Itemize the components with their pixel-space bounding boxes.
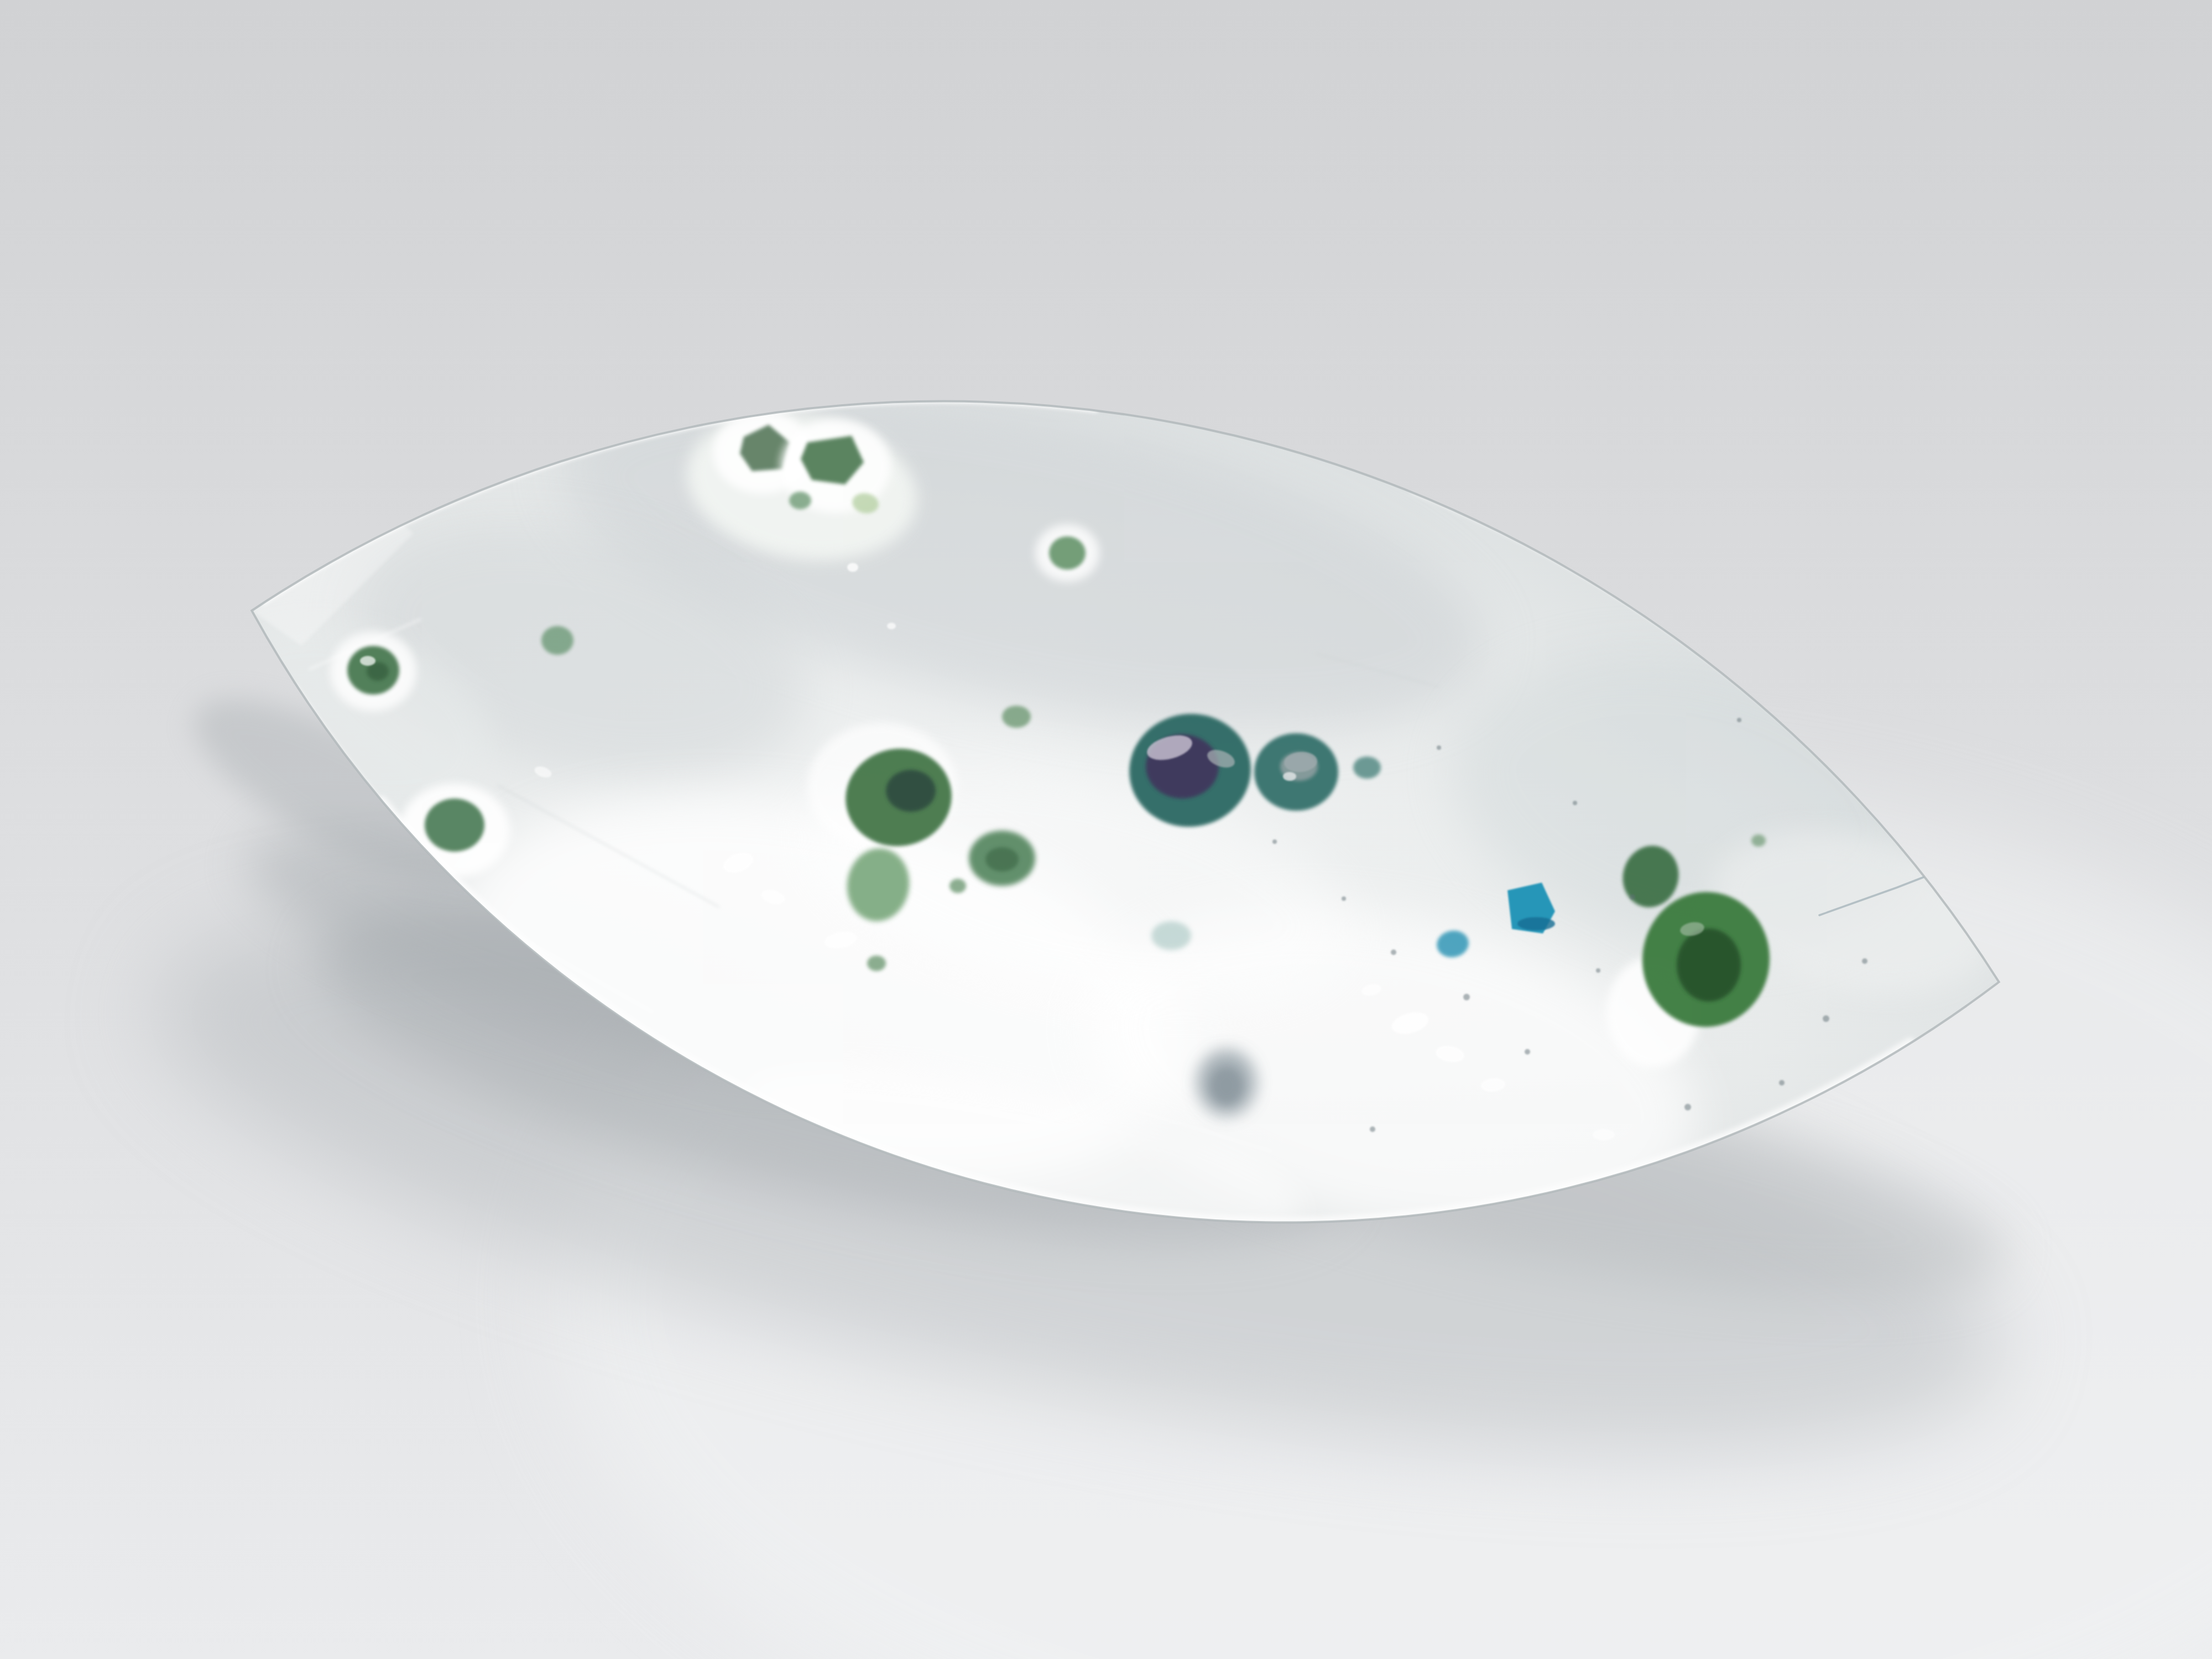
inclusion-body xyxy=(1353,757,1381,779)
inclusion-small-green-dot xyxy=(541,626,573,655)
inclusion-body xyxy=(541,626,573,655)
inclusion-body xyxy=(1002,706,1031,728)
dust-speck-4 xyxy=(1684,1104,1691,1110)
inclusion-body xyxy=(867,956,886,971)
dust-speck-10 xyxy=(1862,958,1867,964)
inclusion-green-dot-top-middle xyxy=(1035,524,1099,582)
gemstone-photo xyxy=(0,0,2212,1659)
inclusion-tiny-green-speck-1 xyxy=(950,879,966,893)
sparkle-15 xyxy=(1283,772,1296,781)
inclusion-body xyxy=(950,879,966,893)
inclusion-tiny-green-speck-right xyxy=(1751,834,1766,847)
inclusion-green-speck-upper xyxy=(1002,706,1031,728)
inclusion-body xyxy=(1049,536,1086,570)
inclusion-core xyxy=(886,770,936,812)
inclusion-body xyxy=(425,799,484,852)
dust-speck-9 xyxy=(1272,839,1277,844)
inclusion-core xyxy=(1210,1067,1243,1104)
dust-speck-8 xyxy=(1370,1126,1375,1132)
dust-speck-7 xyxy=(1823,1015,1829,1022)
inclusion-body xyxy=(1751,834,1766,847)
dust-speck-5 xyxy=(1779,1080,1785,1086)
inclusion-body xyxy=(1151,921,1191,950)
inclusion-faint-teal-smudge xyxy=(1151,921,1191,950)
sparkle-7 xyxy=(847,563,858,572)
dust-speck-6 xyxy=(1630,894,1635,900)
dust-speck-13 xyxy=(1737,718,1741,722)
inclusion-teal-chip xyxy=(1353,757,1381,779)
sparkle-8 xyxy=(887,623,896,629)
inclusion-green-speck-below-crystals xyxy=(789,492,811,509)
inclusion-medium-green-blob xyxy=(969,831,1035,886)
sparkle-16 xyxy=(360,656,375,666)
inclusion-core xyxy=(1517,917,1555,930)
inclusion-body xyxy=(789,492,811,509)
inclusion-core xyxy=(985,847,1019,872)
inclusion-gray-blurry-spot xyxy=(1197,1050,1256,1116)
inclusion-core xyxy=(1677,928,1741,1001)
dust-speck-2 xyxy=(1463,994,1470,1000)
inclusion-green-dot-left xyxy=(330,632,416,711)
inclusion-teal-lobe-right xyxy=(1254,733,1338,811)
dust-speck-11 xyxy=(1573,801,1577,805)
dust-speck-15 xyxy=(1596,968,1600,973)
dust-speck-1 xyxy=(1391,950,1396,955)
dust-speck-3 xyxy=(1525,1049,1530,1055)
inclusion-tiny-green-speck-2 xyxy=(867,956,886,971)
sparkle-11 xyxy=(1593,1129,1615,1140)
gem-photo-svg xyxy=(0,0,2212,1659)
dust-speck-14 xyxy=(1342,896,1346,901)
dust-speck-12 xyxy=(1437,745,1441,750)
